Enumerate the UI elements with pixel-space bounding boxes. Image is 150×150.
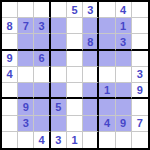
cell-r6c5[interactable] [67,83,83,99]
cell-r9c6[interactable] [83,132,99,148]
cell-r1c8[interactable]: 4 [116,2,132,18]
cell-r7c8[interactable] [116,99,132,115]
cell-r1c4[interactable] [51,2,67,18]
cell-r7c5[interactable] [67,99,83,115]
cell-r9c2[interactable] [18,132,34,148]
cell-r4c3[interactable]: 6 [34,51,50,67]
cell-r7c9[interactable] [132,99,148,115]
cell-r7c7[interactable] [99,99,115,115]
cell-r6c7[interactable]: 1 [99,83,115,99]
cell-r4c2[interactable] [18,51,34,67]
cell-r9c4[interactable]: 3 [51,132,67,148]
cell-r2c8[interactable]: 1 [116,18,132,34]
cell-r5c3[interactable] [34,67,50,83]
cell-r9c1[interactable] [2,132,18,148]
cell-r8c5[interactable] [67,116,83,132]
cell-r6c8[interactable] [116,83,132,99]
cell-r3c3[interactable] [34,34,50,50]
cell-r5c5[interactable] [67,67,83,83]
cell-r8c4[interactable] [51,116,67,132]
cell-r9c3[interactable]: 4 [34,132,50,148]
cell-r8c3[interactable] [34,116,50,132]
cell-r8c9[interactable]: 7 [132,116,148,132]
cell-r8c2[interactable]: 3 [18,116,34,132]
cell-r6c3[interactable] [34,83,50,99]
cell-r5c7[interactable] [99,67,115,83]
cell-r9c9[interactable] [132,132,148,148]
cell-r7c2[interactable]: 9 [18,99,34,115]
cell-r2c7[interactable] [99,18,115,34]
cell-r5c4[interactable] [51,67,67,83]
cell-r3c7[interactable] [99,34,115,50]
cell-r1c6[interactable]: 3 [83,2,99,18]
cell-r5c8[interactable] [116,67,132,83]
cell-r9c5[interactable]: 1 [67,132,83,148]
cell-r8c6[interactable] [83,116,99,132]
cell-r7c3[interactable] [34,99,50,115]
cell-r5c1[interactable]: 4 [2,67,18,83]
cell-r8c7[interactable]: 4 [99,116,115,132]
cell-r8c8[interactable]: 9 [116,116,132,132]
cell-r2c6[interactable] [83,18,99,34]
cell-r3c2[interactable] [18,34,34,50]
cell-r4c6[interactable] [83,51,99,67]
cell-r6c1[interactable] [2,83,18,99]
cell-r3c8[interactable]: 3 [116,34,132,50]
cell-r1c9[interactable] [132,2,148,18]
cell-r1c5[interactable]: 5 [67,2,83,18]
cell-r1c3[interactable] [34,2,50,18]
cell-r5c9[interactable]: 3 [132,67,148,83]
cell-r3c1[interactable] [2,34,18,50]
cell-r3c9[interactable] [132,34,148,50]
cell-r4c5[interactable] [67,51,83,67]
cell-r6c6[interactable] [83,83,99,99]
cell-r6c9[interactable]: 9 [132,83,148,99]
cell-r5c2[interactable] [18,67,34,83]
cell-r3c4[interactable] [51,34,67,50]
cell-r2c9[interactable] [132,18,148,34]
cell-r7c6[interactable] [83,99,99,115]
cell-r6c4[interactable] [51,83,67,99]
cell-r7c1[interactable] [2,99,18,115]
cell-r1c7[interactable] [99,2,115,18]
cell-r2c3[interactable]: 3 [34,18,50,34]
cell-r6c2[interactable] [18,83,34,99]
cell-r1c1[interactable] [2,2,18,18]
cell-r2c5[interactable] [67,18,83,34]
cell-r4c1[interactable]: 9 [2,51,18,67]
cell-r2c4[interactable] [51,18,67,34]
cell-r4c8[interactable] [116,51,132,67]
cell-r1c2[interactable] [18,2,34,18]
cell-r3c6[interactable]: 8 [83,34,99,50]
cell-r9c8[interactable] [116,132,132,148]
cell-r4c4[interactable] [51,51,67,67]
cell-r2c2[interactable]: 7 [18,18,34,34]
cell-r8c1[interactable] [2,116,18,132]
cell-r3c5[interactable] [67,34,83,50]
cell-r4c9[interactable] [132,51,148,67]
sudoku-board: 534873183964319953497431 [0,0,150,150]
cell-r4c7[interactable] [99,51,115,67]
cell-r5c6[interactable] [83,67,99,83]
cell-r9c7[interactable] [99,132,115,148]
cell-r2c1[interactable]: 8 [2,18,18,34]
cell-r7c4[interactable]: 5 [51,99,67,115]
